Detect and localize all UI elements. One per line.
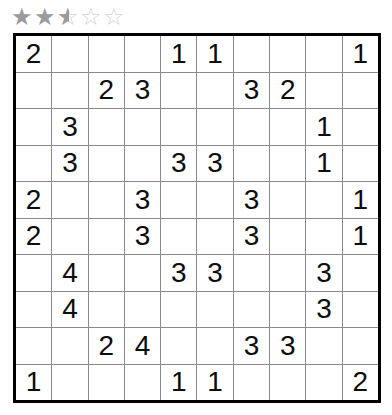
star-filled-icon: ★ — [11, 4, 34, 30]
grid-cell[interactable] — [270, 109, 305, 145]
grid-cell[interactable] — [270, 36, 305, 72]
grid-cell[interactable] — [234, 292, 269, 328]
grid-cell-clue: 3 — [234, 219, 269, 255]
grid-cell-clue: 1 — [306, 146, 341, 182]
grid-cell-clue: 3 — [125, 182, 160, 218]
grid-cell[interactable] — [16, 292, 51, 328]
grid-cell-clue: 1 — [306, 109, 341, 145]
grid-cell[interactable] — [306, 219, 341, 255]
puzzle-grid: 211123323133312331233143334324331112 — [13, 33, 381, 403]
grid-cell-clue: 2 — [343, 365, 378, 401]
star-filled-icon: ★ — [34, 4, 57, 30]
grid-cell[interactable] — [270, 146, 305, 182]
grid-cell[interactable] — [89, 36, 124, 72]
grid-cell[interactable] — [16, 255, 51, 291]
grid-cell[interactable] — [89, 255, 124, 291]
grid-cell[interactable] — [16, 109, 51, 145]
grid-cell[interactable] — [306, 73, 341, 109]
grid-cell-clue: 2 — [89, 73, 124, 109]
grid-cell[interactable] — [161, 73, 196, 109]
grid-cell[interactable] — [125, 365, 160, 401]
grid-cell[interactable] — [89, 365, 124, 401]
grid-cell[interactable] — [161, 328, 196, 364]
grid-cell-clue: 3 — [306, 292, 341, 328]
grid-cell-clue: 1 — [343, 182, 378, 218]
grid-cell[interactable] — [343, 255, 378, 291]
grid-cell[interactable] — [52, 219, 87, 255]
grid-cell-clue: 3 — [125, 219, 160, 255]
grid-cell-clue: 4 — [52, 255, 87, 291]
grid-cell[interactable] — [343, 292, 378, 328]
grid-cell[interactable] — [125, 255, 160, 291]
grid-cell-clue: 3 — [306, 255, 341, 291]
grid-cell-clue: 3 — [197, 255, 232, 291]
grid-cell[interactable] — [16, 73, 51, 109]
grid-cell[interactable] — [197, 292, 232, 328]
grid-cell-clue: 2 — [16, 36, 51, 72]
grid-cell[interactable] — [306, 328, 341, 364]
grid-cell[interactable] — [89, 219, 124, 255]
grid-cell-clue: 3 — [234, 182, 269, 218]
grid-cell[interactable] — [161, 219, 196, 255]
grid-cell-clue: 3 — [234, 73, 269, 109]
grid-cell-clue: 4 — [125, 328, 160, 364]
grid-cell[interactable] — [161, 292, 196, 328]
grid-cell-clue: 1 — [16, 365, 51, 401]
grid-cell-clue: 3 — [234, 328, 269, 364]
grid-cell-clue: 3 — [161, 146, 196, 182]
star-empty-icon: ☆ — [80, 4, 103, 30]
grid-cell[interactable] — [306, 182, 341, 218]
grid-cell-clue: 2 — [89, 328, 124, 364]
grid-cell[interactable] — [306, 365, 341, 401]
grid-cell[interactable] — [125, 146, 160, 182]
grid-cell[interactable] — [197, 328, 232, 364]
grid-cell[interactable] — [306, 36, 341, 72]
grid-cell[interactable] — [52, 328, 87, 364]
grid-cell[interactable] — [234, 146, 269, 182]
grid-cell[interactable] — [234, 109, 269, 145]
grid-cell-clue: 1 — [197, 36, 232, 72]
grid-cell[interactable] — [234, 255, 269, 291]
grid-cell-clue: 4 — [52, 292, 87, 328]
grid-cell[interactable] — [270, 255, 305, 291]
grid-cell[interactable] — [234, 36, 269, 72]
grid-cell-clue: 3 — [52, 109, 87, 145]
grid-cell[interactable] — [161, 182, 196, 218]
grid-cell[interactable] — [89, 146, 124, 182]
grid-cell-clue: 1 — [343, 36, 378, 72]
grid-cell[interactable] — [125, 109, 160, 145]
grid-cell[interactable] — [343, 109, 378, 145]
grid-cell[interactable] — [161, 109, 196, 145]
grid-cell[interactable] — [89, 182, 124, 218]
grid-cell[interactable] — [343, 328, 378, 364]
grid-cell[interactable] — [270, 365, 305, 401]
grid-cell-clue: 3 — [125, 73, 160, 109]
grid-cell[interactable] — [343, 146, 378, 182]
star-empty-icon: ☆ — [103, 4, 126, 30]
grid-cell[interactable] — [197, 182, 232, 218]
grid-cell-clue: 3 — [161, 255, 196, 291]
grid-cell-clue: 3 — [52, 146, 87, 182]
grid-cell-clue: 2 — [16, 182, 51, 218]
grid-cell[interactable] — [16, 328, 51, 364]
grid-cell[interactable] — [125, 36, 160, 72]
grid-cell[interactable] — [89, 109, 124, 145]
grid-cell-clue: 1 — [161, 365, 196, 401]
grid-cell[interactable] — [197, 73, 232, 109]
grid-cell[interactable] — [270, 219, 305, 255]
grid-cell[interactable] — [52, 36, 87, 72]
grid-cell[interactable] — [270, 292, 305, 328]
star-half-fill: ★ — [57, 4, 69, 30]
grid-cell[interactable] — [197, 109, 232, 145]
grid-cell-clue: 1 — [343, 219, 378, 255]
grid-cell[interactable] — [343, 73, 378, 109]
grid-cell[interactable] — [89, 292, 124, 328]
grid-cell[interactable] — [197, 219, 232, 255]
grid-cell[interactable] — [270, 182, 305, 218]
grid-cell[interactable] — [52, 182, 87, 218]
grid-cell-clue: 2 — [16, 219, 51, 255]
grid-cell[interactable] — [52, 365, 87, 401]
grid-cell[interactable] — [16, 146, 51, 182]
grid-cell-clue: 1 — [161, 36, 196, 72]
grid-cell-clue: 1 — [197, 365, 232, 401]
grid-cell-clue: 3 — [197, 146, 232, 182]
puzzle-page: ★★☆★☆☆ 211123323133312331233143334324331… — [0, 0, 392, 415]
star-half-icon: ☆★ — [57, 4, 80, 30]
grid-cell-clue: 3 — [270, 328, 305, 364]
grid-cell[interactable] — [234, 365, 269, 401]
difficulty-rating: ★★☆★☆☆ — [11, 4, 126, 30]
grid-cell-clue: 2 — [270, 73, 305, 109]
grid-cell[interactable] — [125, 292, 160, 328]
grid-cell[interactable] — [52, 73, 87, 109]
